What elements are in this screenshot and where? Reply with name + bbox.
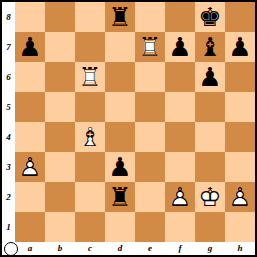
black-rook-glyph: ♜ — [105, 2, 135, 32]
piece-white-bishop-c4[interactable]: ♝♗ — [75, 122, 105, 152]
file-labels: abcdefgh — [15, 242, 255, 255]
piece-black-pawn-d3[interactable]: ♟ — [105, 152, 135, 182]
square-h4[interactable] — [225, 122, 255, 152]
square-f7[interactable]: ♟ — [165, 32, 195, 62]
piece-black-pawn-g6[interactable]: ♟ — [195, 62, 225, 92]
square-b4[interactable] — [45, 122, 75, 152]
square-f1[interactable] — [165, 212, 195, 242]
square-d5[interactable] — [105, 92, 135, 122]
square-a8[interactable] — [15, 2, 45, 32]
square-e2[interactable] — [135, 182, 165, 212]
piece-black-pawn-a7[interactable]: ♟ — [15, 32, 45, 62]
square-g6[interactable]: ♟ — [195, 62, 225, 92]
file-label-f: f — [165, 242, 195, 255]
rank-label-2: 2 — [2, 182, 15, 212]
square-h1[interactable] — [225, 212, 255, 242]
square-a3[interactable]: ♟♙ — [15, 152, 45, 182]
square-h2[interactable]: ♟♙ — [225, 182, 255, 212]
piece-black-bishop-g7[interactable]: ♝ — [195, 32, 225, 62]
piece-white-pawn-a3[interactable]: ♟♙ — [15, 152, 45, 182]
piece-black-pawn-h7[interactable]: ♟ — [225, 32, 255, 62]
square-e4[interactable] — [135, 122, 165, 152]
square-d8[interactable]: ♜ — [105, 2, 135, 32]
piece-white-rook-c6[interactable]: ♜♖ — [75, 62, 105, 92]
square-b3[interactable] — [45, 152, 75, 182]
white-pawn-glyph-outline: ♙ — [165, 182, 195, 212]
square-c1[interactable] — [75, 212, 105, 242]
square-d6[interactable] — [105, 62, 135, 92]
piece-black-rook-d2[interactable]: ♜ — [105, 182, 135, 212]
square-f4[interactable] — [165, 122, 195, 152]
square-b8[interactable] — [45, 2, 75, 32]
square-e7[interactable]: ♜♖ — [135, 32, 165, 62]
square-g2[interactable]: ♚♔ — [195, 182, 225, 212]
square-d4[interactable] — [105, 122, 135, 152]
square-f8[interactable] — [165, 2, 195, 32]
square-g8[interactable]: ♚ — [195, 2, 225, 32]
rank-label-3: 3 — [2, 152, 15, 182]
file-label-g: g — [195, 242, 225, 255]
square-c2[interactable] — [75, 182, 105, 212]
black-bishop-glyph: ♝ — [195, 32, 225, 62]
black-king-glyph: ♚ — [195, 2, 225, 32]
square-f2[interactable]: ♟♙ — [165, 182, 195, 212]
white-bishop-glyph-outline: ♗ — [75, 122, 105, 152]
square-g3[interactable] — [195, 152, 225, 182]
square-b5[interactable] — [45, 92, 75, 122]
square-e3[interactable] — [135, 152, 165, 182]
square-a6[interactable] — [15, 62, 45, 92]
black-rook-glyph: ♜ — [105, 182, 135, 212]
square-h7[interactable]: ♟ — [225, 32, 255, 62]
square-g1[interactable] — [195, 212, 225, 242]
white-rook-glyph-outline: ♖ — [135, 32, 165, 62]
piece-white-pawn-h2[interactable]: ♟♙ — [225, 182, 255, 212]
piece-white-rook-e7[interactable]: ♜♖ — [135, 32, 165, 62]
piece-black-rook-d8[interactable]: ♜ — [105, 2, 135, 32]
square-b1[interactable] — [45, 212, 75, 242]
square-a7[interactable]: ♟ — [15, 32, 45, 62]
rank-label-1: 1 — [2, 212, 15, 242]
square-c7[interactable] — [75, 32, 105, 62]
chess-board: ♜♚♟♜♖♟♝♟♜♖♟♝♗♟♙♟♜♟♙♚♔♟♙ — [15, 2, 255, 242]
rank-label-7: 7 — [2, 32, 15, 62]
piece-black-pawn-f7[interactable]: ♟ — [165, 32, 195, 62]
side-to-move-indicator — [4, 242, 18, 256]
piece-white-pawn-f2[interactable]: ♟♙ — [165, 182, 195, 212]
square-a4[interactable] — [15, 122, 45, 152]
square-d7[interactable] — [105, 32, 135, 62]
square-f3[interactable] — [165, 152, 195, 182]
square-h5[interactable] — [225, 92, 255, 122]
chess-board-diagram: 87654321 ♜♚♟♜♖♟♝♟♜♖♟♝♗♟♙♟♜♟♙♚♔♟♙ abcdefg… — [0, 0, 257, 257]
black-pawn-glyph: ♟ — [105, 152, 135, 182]
square-c5[interactable] — [75, 92, 105, 122]
rank-label-8: 8 — [2, 2, 15, 32]
file-label-h: h — [225, 242, 255, 255]
rank-label-5: 5 — [2, 92, 15, 122]
square-a2[interactable] — [15, 182, 45, 212]
square-e8[interactable] — [135, 2, 165, 32]
white-pawn-glyph-outline: ♙ — [15, 152, 45, 182]
square-b6[interactable] — [45, 62, 75, 92]
rank-label-4: 4 — [2, 122, 15, 152]
square-g5[interactable] — [195, 92, 225, 122]
rank-labels: 87654321 — [2, 2, 15, 242]
square-e1[interactable] — [135, 212, 165, 242]
square-c4[interactable]: ♝♗ — [75, 122, 105, 152]
file-label-d: d — [105, 242, 135, 255]
square-e6[interactable] — [135, 62, 165, 92]
rank-label-6: 6 — [2, 62, 15, 92]
black-pawn-glyph: ♟ — [15, 32, 45, 62]
black-pawn-glyph: ♟ — [165, 32, 195, 62]
square-f5[interactable] — [165, 92, 195, 122]
white-pawn-glyph-outline: ♙ — [225, 182, 255, 212]
square-h6[interactable] — [225, 62, 255, 92]
file-label-a: a — [15, 242, 45, 255]
file-label-b: b — [45, 242, 75, 255]
square-g7[interactable]: ♝ — [195, 32, 225, 62]
piece-white-king-g2[interactable]: ♚♔ — [195, 182, 225, 212]
square-c6[interactable]: ♜♖ — [75, 62, 105, 92]
square-c3[interactable] — [75, 152, 105, 182]
square-d1[interactable] — [105, 212, 135, 242]
square-h8[interactable] — [225, 2, 255, 32]
white-king-glyph-outline: ♔ — [195, 182, 225, 212]
square-a1[interactable] — [15, 212, 45, 242]
square-d2[interactable]: ♜ — [105, 182, 135, 212]
square-e5[interactable] — [135, 92, 165, 122]
square-f6[interactable] — [165, 62, 195, 92]
square-h3[interactable] — [225, 152, 255, 182]
square-c8[interactable] — [75, 2, 105, 32]
white-rook-glyph-outline: ♖ — [75, 62, 105, 92]
square-b7[interactable] — [45, 32, 75, 62]
black-pawn-glyph: ♟ — [195, 62, 225, 92]
square-g4[interactable] — [195, 122, 225, 152]
black-pawn-glyph: ♟ — [225, 32, 255, 62]
square-d3[interactable]: ♟ — [105, 152, 135, 182]
square-b2[interactable] — [45, 182, 75, 212]
file-label-c: c — [75, 242, 105, 255]
file-label-e: e — [135, 242, 165, 255]
piece-black-king-g8[interactable]: ♚ — [195, 2, 225, 32]
square-a5[interactable] — [15, 92, 45, 122]
